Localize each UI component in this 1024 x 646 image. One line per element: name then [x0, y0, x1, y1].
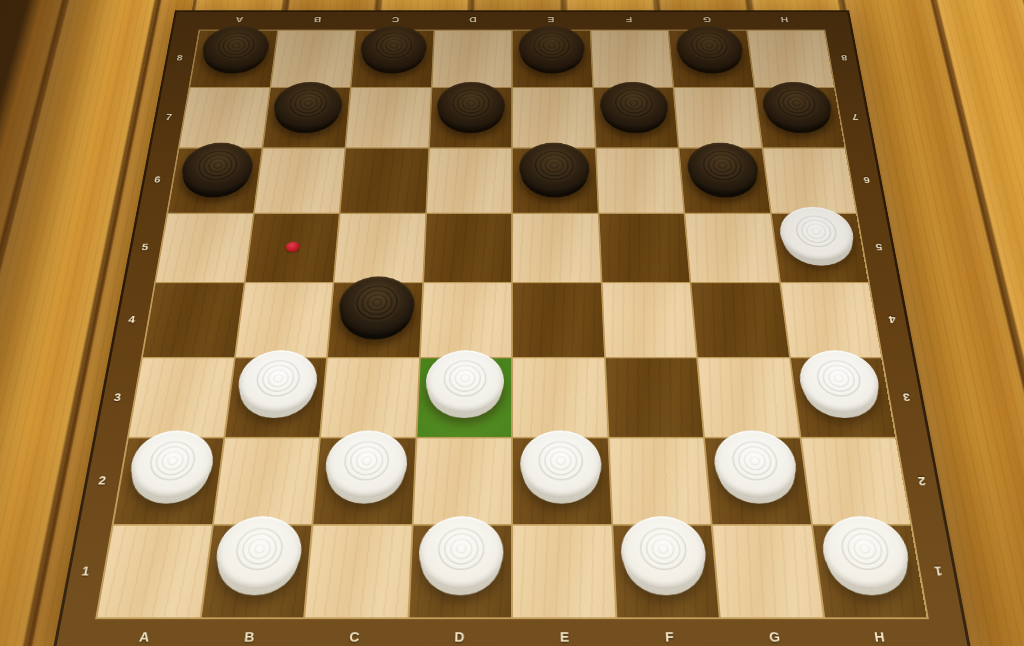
- square-h6[interactable]: [763, 149, 856, 213]
- checkers-board: ABCDEFGH ABCDEFGH 87654321 87654321: [52, 10, 972, 646]
- square-f4[interactable]: [602, 283, 696, 356]
- black-checker-f7[interactable]: [599, 82, 670, 130]
- square-e1[interactable]: [513, 525, 615, 617]
- square-c5[interactable]: [334, 214, 425, 282]
- square-h2[interactable]: [801, 438, 910, 523]
- square-a1[interactable]: [97, 525, 211, 617]
- square-d3[interactable]: [417, 358, 511, 437]
- square-h7[interactable]: [755, 88, 845, 148]
- square-a6[interactable]: [168, 149, 261, 213]
- square-c6[interactable]: [341, 149, 428, 213]
- file-label-h-bottom: H: [825, 619, 935, 646]
- file-label-h-top: H: [744, 10, 825, 29]
- square-g3[interactable]: [698, 358, 799, 437]
- square-b2[interactable]: [214, 438, 319, 523]
- black-checker-h7[interactable]: [760, 82, 835, 130]
- square-h3[interactable]: [790, 358, 895, 437]
- square-a4[interactable]: [143, 283, 243, 356]
- square-e4[interactable]: [513, 283, 604, 356]
- square-g2[interactable]: [705, 438, 810, 523]
- black-checker-d7[interactable]: [436, 82, 505, 130]
- square-f3[interactable]: [605, 358, 703, 437]
- white-checker-d1[interactable]: [418, 516, 504, 590]
- square-c2[interactable]: [313, 438, 415, 523]
- square-g7[interactable]: [674, 88, 761, 148]
- file-labels-top: ABCDEFGH: [199, 10, 826, 29]
- checkers-game-screen: ABCDEFGH ABCDEFGH 87654321 87654321: [0, 0, 1024, 646]
- black-checker-c8[interactable]: [359, 25, 428, 70]
- square-f7[interactable]: [593, 88, 677, 148]
- file-label-d-top: D: [434, 10, 512, 29]
- square-b3[interactable]: [225, 358, 326, 437]
- square-d6[interactable]: [427, 149, 512, 213]
- square-e5[interactable]: [513, 214, 601, 282]
- file-label-a-bottom: A: [89, 619, 199, 646]
- square-a3[interactable]: [129, 358, 234, 437]
- white-checker-a2[interactable]: [125, 430, 217, 498]
- white-checker-g2[interactable]: [711, 430, 800, 498]
- black-checker-a8[interactable]: [199, 25, 272, 70]
- square-a2[interactable]: [114, 438, 223, 523]
- square-a7[interactable]: [180, 88, 270, 148]
- black-checker-a6[interactable]: [178, 142, 256, 193]
- square-g8[interactable]: [669, 31, 753, 87]
- square-a8[interactable]: [190, 31, 276, 87]
- black-checker-g6[interactable]: [685, 142, 761, 193]
- square-d1[interactable]: [409, 525, 511, 617]
- square-c3[interactable]: [321, 358, 419, 437]
- move-hint-dot: [286, 242, 300, 252]
- file-label-f-bottom: F: [616, 619, 723, 646]
- square-d7[interactable]: [429, 88, 511, 148]
- square-e7[interactable]: [513, 88, 595, 148]
- square-d5[interactable]: [424, 214, 512, 282]
- square-g5[interactable]: [685, 214, 779, 282]
- square-b7[interactable]: [263, 88, 350, 148]
- board-squares-grid: [95, 30, 929, 620]
- square-f5[interactable]: [599, 214, 690, 282]
- square-f2[interactable]: [609, 438, 711, 523]
- square-h4[interactable]: [781, 283, 881, 356]
- square-a5[interactable]: [156, 214, 253, 282]
- file-label-e-bottom: E: [512, 619, 618, 646]
- white-checker-h5[interactable]: [777, 207, 858, 262]
- square-c8[interactable]: [351, 31, 433, 87]
- file-label-f-top: F: [589, 10, 668, 29]
- file-label-c-bottom: C: [301, 619, 408, 646]
- black-checker-e8[interactable]: [518, 25, 585, 70]
- square-c4[interactable]: [328, 283, 422, 356]
- square-f1[interactable]: [613, 525, 719, 617]
- square-g1[interactable]: [713, 525, 823, 617]
- white-checker-b3[interactable]: [235, 350, 320, 413]
- black-checker-b7[interactable]: [271, 82, 344, 130]
- square-h1[interactable]: [813, 525, 927, 617]
- square-h5[interactable]: [771, 214, 868, 282]
- white-checker-d3[interactable]: [425, 350, 504, 413]
- square-d2[interactable]: [413, 438, 511, 523]
- black-checker-c4[interactable]: [337, 276, 416, 335]
- square-b6[interactable]: [254, 149, 344, 213]
- white-checker-h3[interactable]: [796, 350, 884, 413]
- black-checker-e6[interactable]: [519, 142, 590, 193]
- white-checker-c2[interactable]: [323, 430, 409, 498]
- square-c7[interactable]: [346, 88, 430, 148]
- square-e2[interactable]: [513, 438, 611, 523]
- square-e3[interactable]: [513, 358, 607, 437]
- square-b4[interactable]: [235, 283, 332, 356]
- file-label-b-bottom: B: [195, 619, 304, 646]
- file-label-d-bottom: D: [406, 619, 512, 646]
- white-checker-b1[interactable]: [212, 516, 304, 590]
- square-d4[interactable]: [420, 283, 511, 356]
- white-checker-h1[interactable]: [819, 516, 915, 590]
- white-checker-e2[interactable]: [520, 430, 603, 498]
- black-checker-g8[interactable]: [674, 25, 745, 70]
- square-f8[interactable]: [591, 31, 673, 87]
- square-b8[interactable]: [271, 31, 355, 87]
- square-g6[interactable]: [680, 149, 770, 213]
- perspective-scene: ABCDEFGH ABCDEFGH 87654321 87654321: [0, 0, 1024, 646]
- white-checker-f1[interactable]: [620, 516, 709, 590]
- file-label-g-bottom: G: [720, 619, 829, 646]
- square-d8[interactable]: [432, 31, 511, 87]
- file-labels-bottom: ABCDEFGH: [89, 619, 935, 646]
- square-b1[interactable]: [201, 525, 311, 617]
- file-label-b-top: B: [277, 10, 357, 29]
- square-b5[interactable]: [245, 214, 339, 282]
- square-f6[interactable]: [596, 149, 683, 213]
- square-e6[interactable]: [513, 149, 598, 213]
- square-e8[interactable]: [513, 31, 592, 87]
- square-c1[interactable]: [305, 525, 411, 617]
- square-g4[interactable]: [691, 283, 788, 356]
- square-h8[interactable]: [747, 31, 833, 87]
